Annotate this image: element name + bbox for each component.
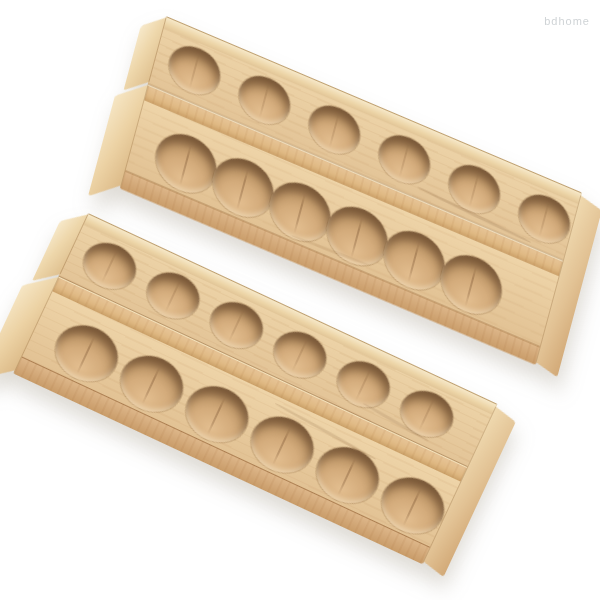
bottle-hole (242, 407, 323, 483)
product-photo: bdhome (0, 0, 600, 600)
bottle-hole (321, 197, 394, 275)
bottle-hole (111, 346, 192, 422)
bottle-hole (177, 376, 258, 452)
bottle-hole (435, 246, 508, 324)
watermark-text: bdhome (544, 15, 590, 27)
bottle-hole (46, 316, 127, 392)
bottle-hole (149, 125, 222, 203)
bottle-hole (378, 222, 451, 300)
bottle-hole (307, 437, 388, 513)
bottle-hole (206, 149, 279, 227)
